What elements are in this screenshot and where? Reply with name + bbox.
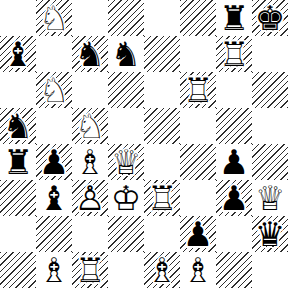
square-e7[interactable] bbox=[144, 36, 180, 72]
piece-white-knight: ♞♘ bbox=[36, 72, 72, 108]
piece-white-bishop: ♝♗ bbox=[72, 144, 108, 180]
square-f3[interactable] bbox=[180, 180, 216, 216]
square-g3[interactable]: ♟ bbox=[216, 180, 252, 216]
square-c8[interactable] bbox=[72, 0, 108, 36]
square-h3[interactable]: ♛♕ bbox=[252, 180, 288, 216]
piece-white-pawn: ♟♙ bbox=[72, 180, 108, 216]
square-f8[interactable] bbox=[180, 0, 216, 36]
square-a2[interactable] bbox=[0, 216, 36, 252]
piece-white-king: ♚♔ bbox=[108, 180, 144, 216]
square-g2[interactable] bbox=[216, 216, 252, 252]
square-d7[interactable]: ♞ bbox=[108, 36, 144, 72]
square-d4[interactable]: ♛♕ bbox=[108, 144, 144, 180]
square-f6[interactable]: ♜♖ bbox=[180, 72, 216, 108]
piece-white-rook: ♜♖ bbox=[216, 36, 252, 72]
piece-white-bishop: ♝♗ bbox=[36, 252, 72, 288]
square-a4[interactable]: ♜ bbox=[0, 144, 36, 180]
square-h2[interactable]: ♛ bbox=[252, 216, 288, 252]
piece-black-pawn: ♟ bbox=[36, 144, 72, 180]
square-b4[interactable]: ♟ bbox=[36, 144, 72, 180]
piece-black-pawn: ♟ bbox=[216, 180, 252, 216]
square-d2[interactable] bbox=[108, 216, 144, 252]
square-b6[interactable]: ♞♘ bbox=[36, 72, 72, 108]
square-e2[interactable] bbox=[144, 216, 180, 252]
square-a8[interactable] bbox=[0, 0, 36, 36]
piece-black-knight: ♞ bbox=[108, 36, 144, 72]
piece-black-king: ♚ bbox=[252, 0, 288, 36]
piece-black-knight: ♞ bbox=[0, 108, 36, 144]
square-e5[interactable] bbox=[144, 108, 180, 144]
square-d3[interactable]: ♚♔ bbox=[108, 180, 144, 216]
square-c1[interactable]: ♜♖ bbox=[72, 252, 108, 288]
square-e3[interactable]: ♜♖ bbox=[144, 180, 180, 216]
square-f2[interactable]: ♟ bbox=[180, 216, 216, 252]
piece-white-queen: ♛♕ bbox=[108, 144, 144, 180]
square-h5[interactable] bbox=[252, 108, 288, 144]
square-d1[interactable] bbox=[108, 252, 144, 288]
piece-black-pawn: ♟ bbox=[180, 216, 216, 252]
square-c7[interactable]: ♞ bbox=[72, 36, 108, 72]
square-f1[interactable]: ♝♗ bbox=[180, 252, 216, 288]
chess-board: ♞♘♜♚♝♞♞♜♖♞♘♜♖♞♞♘♜♟♝♗♛♕♟♝♟♙♚♔♜♖♟♛♕♟♛♝♗♜♖♝… bbox=[0, 0, 288, 288]
square-c5[interactable]: ♞♘ bbox=[72, 108, 108, 144]
square-b5[interactable] bbox=[36, 108, 72, 144]
square-b8[interactable]: ♞♘ bbox=[36, 0, 72, 36]
piece-white-bishop: ♝♗ bbox=[144, 252, 180, 288]
square-f4[interactable] bbox=[180, 144, 216, 180]
square-h8[interactable]: ♚ bbox=[252, 0, 288, 36]
square-d5[interactable] bbox=[108, 108, 144, 144]
square-f5[interactable] bbox=[180, 108, 216, 144]
piece-white-queen: ♛♕ bbox=[252, 180, 288, 216]
square-b7[interactable] bbox=[36, 36, 72, 72]
piece-black-rook: ♜ bbox=[0, 144, 36, 180]
square-c2[interactable] bbox=[72, 216, 108, 252]
square-h6[interactable] bbox=[252, 72, 288, 108]
square-b2[interactable] bbox=[36, 216, 72, 252]
square-a7[interactable]: ♝ bbox=[0, 36, 36, 72]
square-h4[interactable] bbox=[252, 144, 288, 180]
square-a1[interactable] bbox=[0, 252, 36, 288]
square-c3[interactable]: ♟♙ bbox=[72, 180, 108, 216]
piece-white-bishop: ♝♗ bbox=[180, 252, 216, 288]
piece-black-rook: ♜ bbox=[216, 0, 252, 36]
square-g6[interactable] bbox=[216, 72, 252, 108]
piece-white-knight: ♞♘ bbox=[72, 108, 108, 144]
square-g7[interactable]: ♜♖ bbox=[216, 36, 252, 72]
square-a6[interactable] bbox=[0, 72, 36, 108]
square-e4[interactable] bbox=[144, 144, 180, 180]
piece-white-rook: ♜♖ bbox=[180, 72, 216, 108]
square-f7[interactable] bbox=[180, 36, 216, 72]
square-e1[interactable]: ♝♗ bbox=[144, 252, 180, 288]
square-a5[interactable]: ♞ bbox=[0, 108, 36, 144]
piece-white-knight: ♞♘ bbox=[36, 0, 72, 36]
square-e8[interactable] bbox=[144, 0, 180, 36]
piece-white-rook: ♜♖ bbox=[72, 252, 108, 288]
piece-black-bishop: ♝ bbox=[36, 180, 72, 216]
square-b3[interactable]: ♝ bbox=[36, 180, 72, 216]
piece-black-bishop: ♝ bbox=[0, 36, 36, 72]
square-a3[interactable] bbox=[0, 180, 36, 216]
square-e6[interactable] bbox=[144, 72, 180, 108]
square-g5[interactable] bbox=[216, 108, 252, 144]
square-g4[interactable]: ♟ bbox=[216, 144, 252, 180]
square-d6[interactable] bbox=[108, 72, 144, 108]
square-h1[interactable] bbox=[252, 252, 288, 288]
square-g1[interactable] bbox=[216, 252, 252, 288]
piece-black-queen: ♛ bbox=[252, 216, 288, 252]
square-b1[interactable]: ♝♗ bbox=[36, 252, 72, 288]
piece-black-pawn: ♟ bbox=[216, 144, 252, 180]
piece-white-rook: ♜♖ bbox=[144, 180, 180, 216]
square-h7[interactable] bbox=[252, 36, 288, 72]
piece-black-knight: ♞ bbox=[72, 36, 108, 72]
square-c6[interactable] bbox=[72, 72, 108, 108]
square-d8[interactable] bbox=[108, 0, 144, 36]
square-g8[interactable]: ♜ bbox=[216, 0, 252, 36]
square-c4[interactable]: ♝♗ bbox=[72, 144, 108, 180]
